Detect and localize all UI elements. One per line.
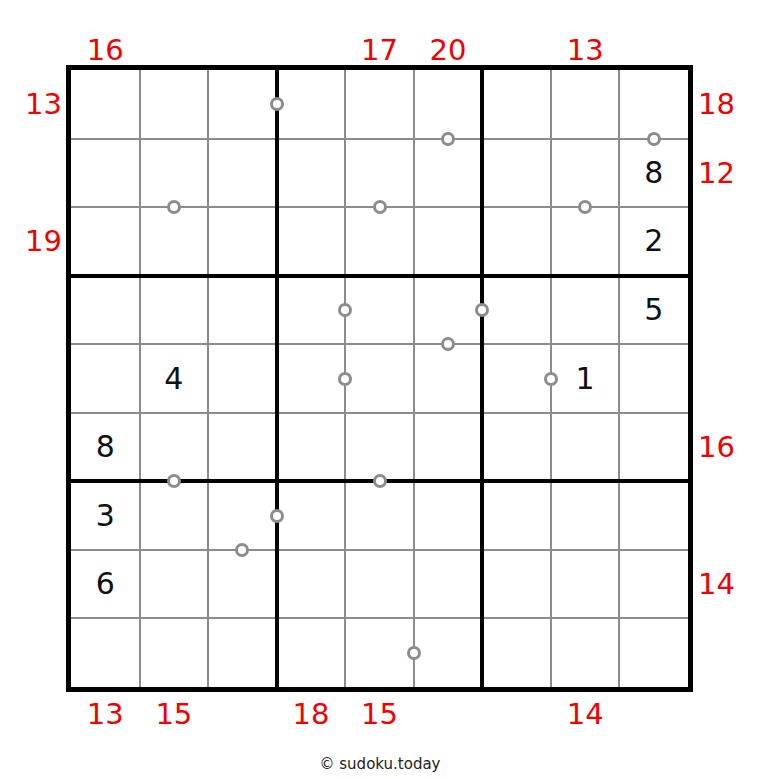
cell-r3c8[interactable] <box>551 207 620 276</box>
cell-r2c7[interactable] <box>482 139 551 208</box>
cell-r9c3[interactable] <box>208 618 277 687</box>
cell-r1c3[interactable] <box>208 70 277 139</box>
cell-r4c3[interactable] <box>208 276 277 345</box>
cell-r1c6[interactable] <box>414 70 483 139</box>
cell-r7c6[interactable] <box>414 481 483 550</box>
cell-r2c6[interactable] <box>414 139 483 208</box>
cell-r8c8[interactable] <box>551 550 620 619</box>
cell-r6c4[interactable] <box>277 413 346 482</box>
copyright-footer: © sudoku.today <box>320 755 441 773</box>
cell-r8c7[interactable] <box>482 550 551 619</box>
cell-r5c8[interactable] <box>551 344 620 413</box>
cell-r1c7[interactable] <box>482 70 551 139</box>
cell-r8c2[interactable] <box>140 550 209 619</box>
cell-r4c6[interactable] <box>414 276 483 345</box>
cell-r4c9[interactable] <box>619 276 688 345</box>
cell-r1c2[interactable] <box>140 70 209 139</box>
clue-bottom-c5: 15 <box>361 700 398 729</box>
cell-r3c2[interactable] <box>140 207 209 276</box>
cell-r6c2[interactable] <box>140 413 209 482</box>
cell-r4c1[interactable] <box>71 276 140 345</box>
cell-r3c9[interactable] <box>619 207 688 276</box>
cell-r8c1[interactable] <box>71 550 140 619</box>
cell-r3c3[interactable] <box>208 207 277 276</box>
cell-r9c8[interactable] <box>551 618 620 687</box>
cell-r6c5[interactable] <box>345 413 414 482</box>
cell-r7c2[interactable] <box>140 481 209 550</box>
cell-r9c9[interactable] <box>619 618 688 687</box>
cell-r5c1[interactable] <box>71 344 140 413</box>
cell-r4c7[interactable] <box>482 276 551 345</box>
clue-left-r1: 13 <box>25 90 62 119</box>
cell-r5c5[interactable] <box>345 344 414 413</box>
cell-r3c7[interactable] <box>482 207 551 276</box>
cell-r9c1[interactable] <box>71 618 140 687</box>
clue-top-c1: 16 <box>87 36 124 65</box>
cell-r7c5[interactable] <box>345 481 414 550</box>
cell-r6c3[interactable] <box>208 413 277 482</box>
puzzle-page: 82541836 161720131315181514131918121614 … <box>0 0 759 779</box>
cell-r8c4[interactable] <box>277 550 346 619</box>
clue-right-r1: 18 <box>698 90 735 119</box>
cell-r9c7[interactable] <box>482 618 551 687</box>
cell-r2c1[interactable] <box>71 139 140 208</box>
cell-r2c4[interactable] <box>277 139 346 208</box>
cell-r2c9[interactable] <box>619 139 688 208</box>
cell-r5c2[interactable] <box>140 344 209 413</box>
clue-right-r6: 16 <box>698 433 735 462</box>
cell-r7c7[interactable] <box>482 481 551 550</box>
cell-r9c2[interactable] <box>140 618 209 687</box>
cell-r5c9[interactable] <box>619 344 688 413</box>
cell-r1c1[interactable] <box>71 70 140 139</box>
cell-r8c6[interactable] <box>414 550 483 619</box>
clue-right-r2: 12 <box>698 158 735 187</box>
cell-r1c9[interactable] <box>619 70 688 139</box>
cell-r1c8[interactable] <box>551 70 620 139</box>
cell-r7c4[interactable] <box>277 481 346 550</box>
cell-r2c5[interactable] <box>345 139 414 208</box>
cell-r9c4[interactable] <box>277 618 346 687</box>
cell-r9c6[interactable] <box>414 618 483 687</box>
clue-left-r3: 19 <box>25 227 62 256</box>
cell-r4c8[interactable] <box>551 276 620 345</box>
cell-r4c4[interactable] <box>277 276 346 345</box>
cell-r5c7[interactable] <box>482 344 551 413</box>
clue-right-r8: 14 <box>698 570 735 599</box>
cell-r4c2[interactable] <box>140 276 209 345</box>
cell-r6c7[interactable] <box>482 413 551 482</box>
cell-r9c5[interactable] <box>345 618 414 687</box>
cell-r7c9[interactable] <box>619 481 688 550</box>
clue-top-c6: 20 <box>430 36 467 65</box>
cell-r6c6[interactable] <box>414 413 483 482</box>
cell-r4c5[interactable] <box>345 276 414 345</box>
cell-r5c3[interactable] <box>208 344 277 413</box>
cell-r1c5[interactable] <box>345 70 414 139</box>
cell-r6c8[interactable] <box>551 413 620 482</box>
cell-r6c1[interactable] <box>71 413 140 482</box>
clue-bottom-c1: 13 <box>87 700 124 729</box>
cell-r7c3[interactable] <box>208 481 277 550</box>
cell-r3c6[interactable] <box>414 207 483 276</box>
cell-r3c4[interactable] <box>277 207 346 276</box>
cell-r2c2[interactable] <box>140 139 209 208</box>
cell-r1c4[interactable] <box>277 70 346 139</box>
cell-r7c1[interactable] <box>71 481 140 550</box>
cell-r8c3[interactable] <box>208 550 277 619</box>
cell-r8c5[interactable] <box>345 550 414 619</box>
cell-r2c3[interactable] <box>208 139 277 208</box>
cell-r7c8[interactable] <box>551 481 620 550</box>
cell-r2c8[interactable] <box>551 139 620 208</box>
cell-r5c6[interactable] <box>414 344 483 413</box>
cell-r8c9[interactable] <box>619 550 688 619</box>
cell-r3c5[interactable] <box>345 207 414 276</box>
clue-bottom-c2: 15 <box>155 700 192 729</box>
cell-r5c4[interactable] <box>277 344 346 413</box>
cell-r6c9[interactable] <box>619 413 688 482</box>
sudoku-board: 82541836 <box>66 65 693 692</box>
clue-bottom-c8: 14 <box>567 700 604 729</box>
clue-top-c5: 17 <box>361 36 398 65</box>
clue-top-c8: 13 <box>567 36 604 65</box>
cell-r3c1[interactable] <box>71 207 140 276</box>
clue-bottom-c4: 18 <box>292 700 329 729</box>
